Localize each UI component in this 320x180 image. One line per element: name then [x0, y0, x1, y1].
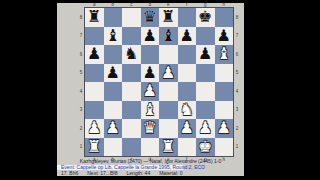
white-pawn: ♟	[143, 82, 157, 100]
square-d3: ♝	[141, 101, 160, 120]
square-c2	[122, 119, 141, 138]
square-g5	[196, 64, 215, 83]
square-f3: ♞	[178, 101, 197, 120]
white-pawn: ♟	[217, 119, 231, 137]
square-f2: ♟	[178, 119, 197, 138]
square-h3	[215, 101, 234, 120]
square-b2: ♟	[104, 119, 123, 138]
coordinate-label: 1	[78, 138, 84, 157]
white-pawn: ♟	[106, 119, 120, 137]
square-d8: ♛	[141, 8, 160, 27]
square-a1: ♜	[85, 138, 104, 157]
square-f8	[178, 8, 197, 27]
square-d1	[141, 138, 160, 157]
coordinate-label: 7	[78, 27, 84, 46]
coordinate-label: 4	[234, 82, 240, 101]
black-pawn: ♟	[217, 27, 231, 45]
next-move-label: Next: 17...Bf8	[87, 171, 117, 177]
black-pawn: ♟	[180, 27, 194, 45]
coordinate-label: 7	[234, 27, 240, 46]
coordinate-label: 4	[78, 82, 84, 101]
square-h7: ♟	[215, 27, 234, 46]
white-pawn: ♟	[161, 64, 175, 82]
square-e4	[159, 82, 178, 101]
black-queen: ♛	[143, 8, 157, 26]
coordinate-label: 1	[234, 138, 240, 157]
square-d2: ♛	[141, 119, 160, 138]
chess-board: ♜♛♜♚♝♟♝♟♟♟♞♟♝♟♟♟♟♝♞♟♟♛♟♟♟♜♜♚	[85, 8, 233, 156]
square-a8: ♜	[85, 8, 104, 27]
white-king: ♚	[198, 138, 212, 156]
square-f7: ♟	[178, 27, 197, 46]
square-a4	[85, 82, 104, 101]
coordinate-label: 8	[234, 8, 240, 27]
coordinate-label: 6	[78, 45, 84, 64]
square-e1: ♜	[159, 138, 178, 157]
square-b6	[104, 45, 123, 64]
square-d4: ♟	[141, 82, 160, 101]
square-a3	[85, 101, 104, 120]
square-h5	[215, 64, 234, 83]
coordinate-label: b	[104, 2, 123, 7]
current-move-label: 17. Bh6	[61, 171, 78, 177]
coordinate-label: c	[122, 2, 141, 7]
square-h4	[215, 82, 234, 101]
coordinate-label: 6	[234, 45, 240, 64]
material-balance-label: Material: 0	[159, 171, 182, 177]
square-f4	[178, 82, 197, 101]
square-f1	[178, 138, 197, 157]
black-pawn: ♟	[198, 45, 212, 63]
white-pawn: ♟	[180, 119, 194, 137]
square-h8	[215, 8, 234, 27]
square-f5	[178, 64, 197, 83]
black-knight: ♞	[124, 45, 138, 63]
square-a7	[85, 27, 104, 46]
black-rook: ♜	[161, 8, 175, 26]
coordinate-label: a	[85, 2, 104, 7]
white-knight: ♞	[180, 101, 194, 119]
square-c5	[122, 64, 141, 83]
coordinate-label: d	[141, 2, 160, 7]
square-b8	[104, 8, 123, 27]
white-pawn: ♟	[87, 119, 101, 137]
square-b7: ♝	[104, 27, 123, 46]
square-e7: ♝	[159, 27, 178, 46]
status-line: 17. Bh6 Next: 17...Bf8 Length: 44 Materi…	[61, 171, 183, 177]
black-pawn: ♟	[143, 27, 157, 45]
white-bishop: ♝	[143, 101, 157, 119]
square-e8: ♜	[159, 8, 178, 27]
square-h2: ♟	[215, 119, 234, 138]
square-d7: ♟	[141, 27, 160, 46]
square-g2: ♟	[196, 119, 215, 138]
black-bishop: ♝	[106, 27, 120, 45]
coordinate-label: 5	[234, 64, 240, 83]
square-h6: ♝	[215, 45, 234, 64]
video-frame: { "game": "chess", "position": { "fen": …	[0, 0, 320, 180]
rank-labels-right: 87654321	[234, 8, 240, 156]
square-e5: ♟	[159, 64, 178, 83]
white-rook: ♜	[161, 138, 175, 156]
square-g3	[196, 101, 215, 120]
black-pawn: ♟	[106, 64, 120, 82]
square-a6: ♟	[85, 45, 104, 64]
square-g1: ♚	[196, 138, 215, 157]
black-bishop: ♝	[161, 27, 175, 45]
coordinate-label: f	[178, 2, 197, 7]
square-e6	[159, 45, 178, 64]
coordinate-label: 5	[78, 64, 84, 83]
square-a5	[85, 64, 104, 83]
square-b3	[104, 101, 123, 120]
square-f6	[178, 45, 197, 64]
square-h1	[215, 138, 234, 157]
black-king: ♚	[198, 8, 212, 26]
coordinate-label: g	[196, 2, 215, 7]
square-a2: ♟	[85, 119, 104, 138]
square-d5: ♟	[141, 64, 160, 83]
white-bishop: ♝	[217, 45, 231, 63]
coordinate-label: 2	[78, 119, 84, 138]
black-rook: ♜	[87, 8, 101, 26]
square-c4	[122, 82, 141, 101]
coordinate-label: 3	[234, 101, 240, 120]
square-g7	[196, 27, 215, 46]
square-b5: ♟	[104, 64, 123, 83]
square-g4	[196, 82, 215, 101]
square-c1	[122, 138, 141, 157]
black-pawn: ♟	[143, 64, 157, 82]
square-g6: ♟	[196, 45, 215, 64]
square-d6	[141, 45, 160, 64]
white-pawn: ♟	[198, 119, 212, 137]
square-c8	[122, 8, 141, 27]
square-b4	[104, 82, 123, 101]
square-c6: ♞	[122, 45, 141, 64]
file-labels-top: abcdefgh	[85, 2, 233, 7]
game-length-label: Length: 44	[127, 171, 151, 177]
coordinate-label: 3	[78, 101, 84, 120]
rank-labels-left: 87654321	[78, 8, 84, 156]
square-c3	[122, 101, 141, 120]
square-e2	[159, 119, 178, 138]
square-g8: ♚	[196, 8, 215, 27]
coordinate-label: h	[215, 2, 234, 7]
white-queen: ♛	[143, 119, 157, 137]
coordinate-label: 8	[78, 8, 84, 27]
square-e3	[159, 101, 178, 120]
coordinate-label: 2	[234, 119, 240, 138]
black-pawn: ♟	[87, 45, 101, 63]
square-b1	[104, 138, 123, 157]
square-c7	[122, 27, 141, 46]
coordinate-label: e	[159, 2, 178, 7]
white-rook: ♜	[87, 138, 101, 156]
